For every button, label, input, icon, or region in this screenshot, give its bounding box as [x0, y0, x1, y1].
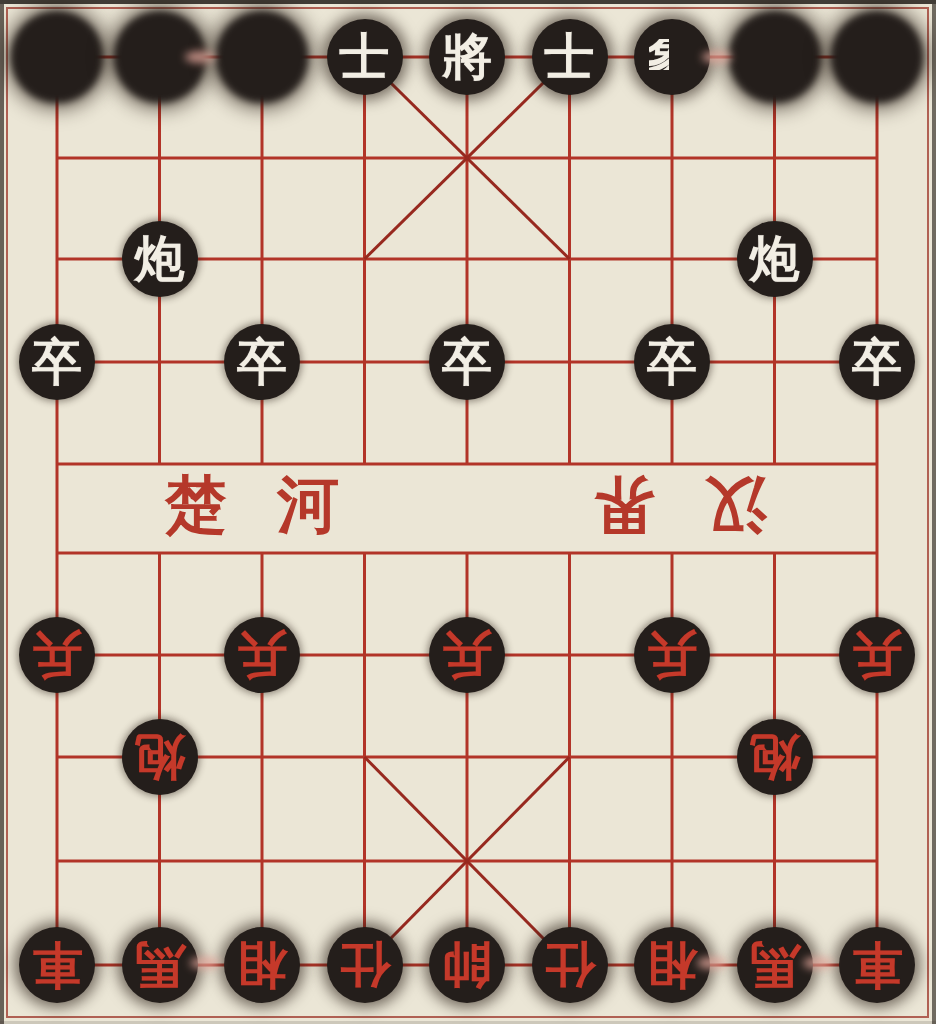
piece-black-soldier[interactable]: 卒 — [19, 324, 95, 400]
piece-red-advisor[interactable]: 仕 — [532, 927, 608, 1003]
piece-glyph: 相 — [647, 940, 697, 990]
photo-smudge — [185, 51, 215, 63]
xiangqi-board: 楚河 汉界 車馬象士將士象馬車炮炮卒卒卒卒卒兵兵兵兵兵炮炮車馬相仕帥仕相馬車 — [0, 0, 936, 1024]
piece-glyph: 車 — [852, 940, 902, 990]
river-label-chu-he: 楚河 — [112, 468, 392, 542]
piece-glyph: 兵 — [647, 630, 697, 680]
piece-red-soldier[interactable]: 兵 — [839, 617, 915, 693]
piece-glyph: 兵 — [442, 630, 492, 680]
piece-black-soldier[interactable]: 卒 — [634, 324, 710, 400]
piece-glyph: 卒 — [442, 337, 492, 387]
piece-glyph: 兵 — [237, 630, 287, 680]
piece-red-soldier[interactable]: 兵 — [634, 617, 710, 693]
piece-black-advisor[interactable]: 士 — [532, 19, 608, 95]
piece-glyph: 車 — [32, 940, 82, 990]
piece-glyph: 炮 — [135, 732, 185, 782]
piece-glyph: 兵 — [852, 630, 902, 680]
piece-glyph: 卒 — [32, 337, 82, 387]
piece-black-general[interactable]: 將 — [429, 19, 505, 95]
piece-glyph: 馬 — [750, 940, 800, 990]
piece-glyph: 馬 — [135, 940, 185, 990]
piece-red-soldier[interactable]: 兵 — [19, 617, 95, 693]
piece-red-horse[interactable]: 馬 — [737, 927, 813, 1003]
piece-black-soldier[interactable]: 卒 — [429, 324, 505, 400]
piece-black-cannon[interactable]: 炮 — [122, 221, 198, 297]
river-label-han-jie: 汉界 — [540, 468, 820, 542]
piece-black-chariot[interactable]: 車 — [831, 11, 924, 104]
piece-black-cannon[interactable]: 炮 — [737, 221, 813, 297]
piece-glyph: 士 — [545, 32, 595, 82]
piece-glyph: 仕 — [545, 940, 595, 990]
piece-glyph: 象 — [647, 32, 697, 82]
piece-glyph: 士 — [340, 32, 390, 82]
photo-smudge — [190, 957, 220, 969]
piece-black-chariot[interactable]: 車 — [11, 11, 104, 104]
piece-red-soldier[interactable]: 兵 — [224, 617, 300, 693]
photo-smudge — [702, 51, 732, 63]
piece-red-elephant[interactable]: 相 — [224, 927, 300, 1003]
piece-glyph: 炮 — [135, 234, 185, 284]
piece-glyph: 相 — [237, 940, 287, 990]
piece-black-horse[interactable]: 馬 — [728, 11, 821, 104]
piece-glyph: 卒 — [852, 337, 902, 387]
piece-glyph: 炮 — [750, 732, 800, 782]
piece-glyph: 將 — [442, 32, 492, 82]
photo-smudge — [697, 957, 727, 969]
piece-glyph: 卒 — [647, 337, 697, 387]
piece-red-general[interactable]: 帥 — [429, 927, 505, 1003]
piece-red-horse[interactable]: 馬 — [122, 927, 198, 1003]
piece-glyph: 仕 — [340, 940, 390, 990]
piece-glyph: 卒 — [237, 337, 287, 387]
piece-black-soldier[interactable]: 卒 — [224, 324, 300, 400]
piece-red-cannon[interactable]: 炮 — [737, 719, 813, 795]
piece-red-chariot[interactable]: 車 — [19, 927, 95, 1003]
piece-glyph: 兵 — [32, 630, 82, 680]
photo-smudge — [803, 957, 833, 969]
piece-black-soldier[interactable]: 卒 — [839, 324, 915, 400]
piece-red-advisor[interactable]: 仕 — [327, 927, 403, 1003]
piece-black-advisor[interactable]: 士 — [327, 19, 403, 95]
piece-glyph: 帥 — [442, 940, 492, 990]
piece-glyph: 炮 — [750, 234, 800, 284]
piece-black-elephant[interactable]: 象 — [216, 11, 309, 104]
piece-red-cannon[interactable]: 炮 — [122, 719, 198, 795]
piece-red-soldier[interactable]: 兵 — [429, 617, 505, 693]
piece-black-elephant[interactable]: 象 — [634, 19, 710, 95]
piece-red-chariot[interactable]: 車 — [839, 927, 915, 1003]
